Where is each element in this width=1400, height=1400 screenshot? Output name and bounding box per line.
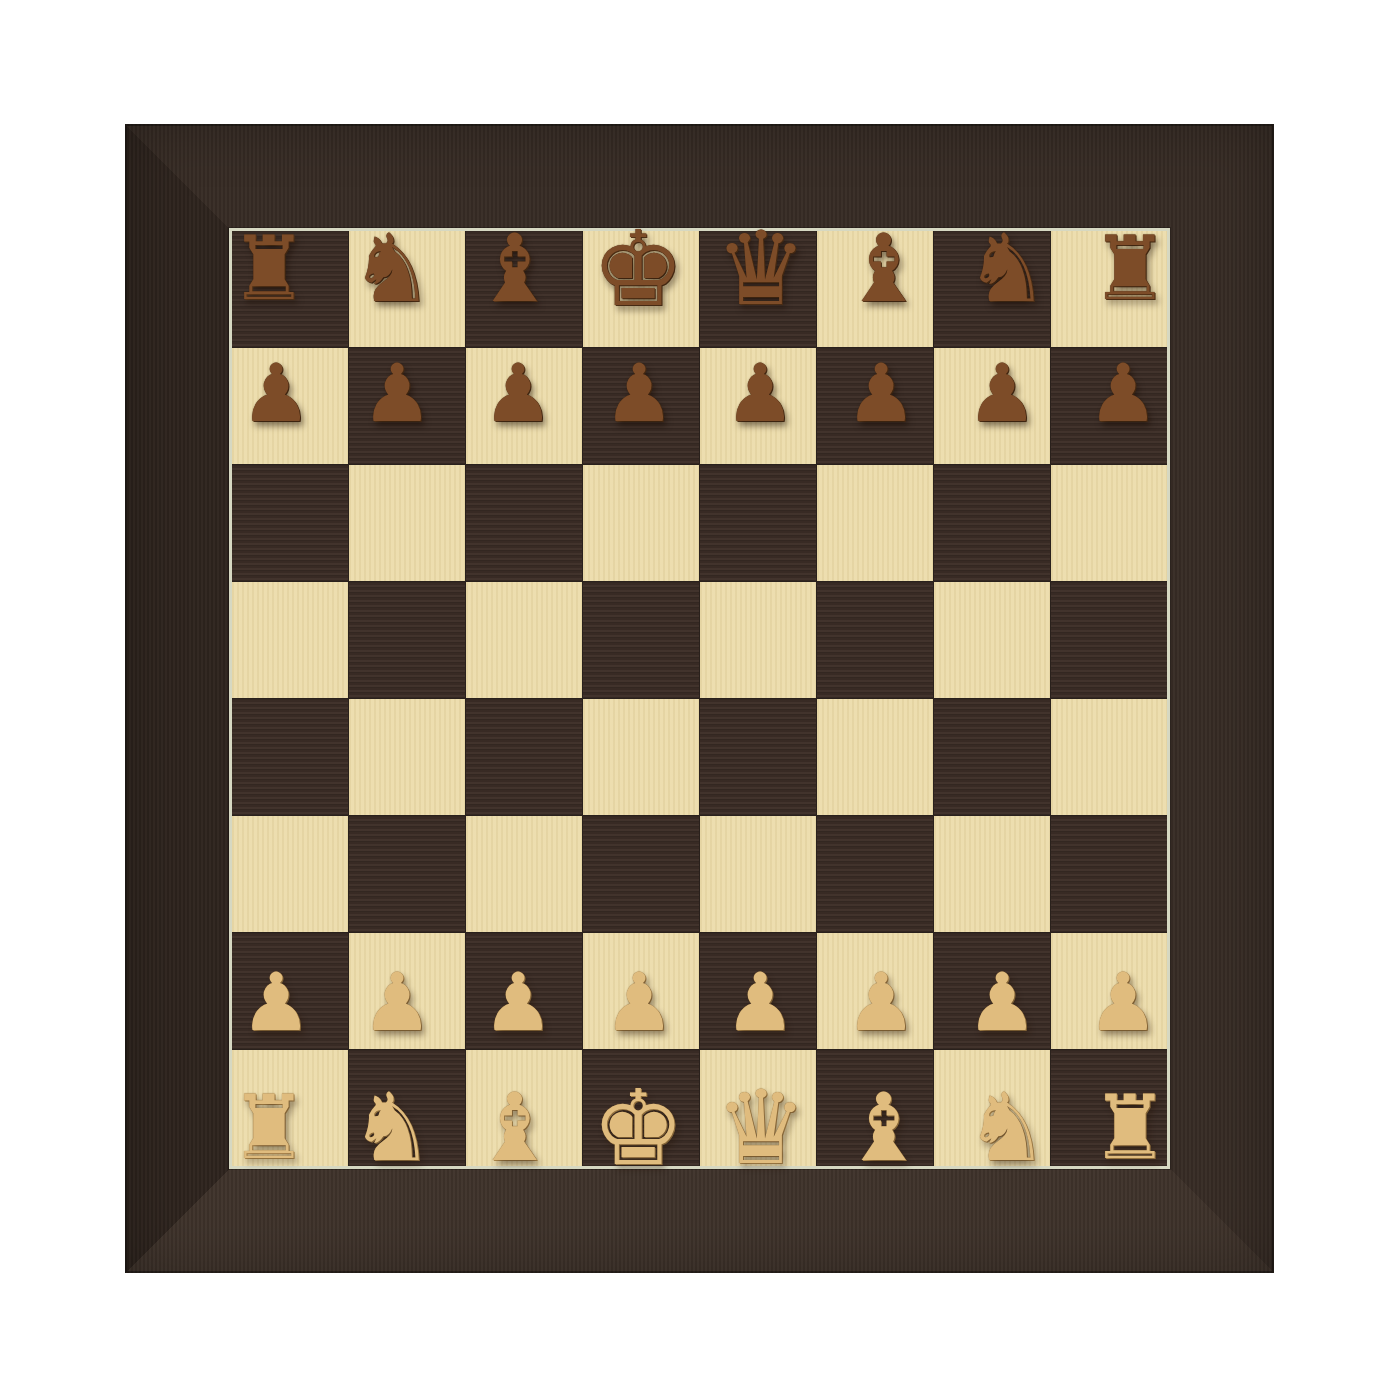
piece-black-pawn[interactable]: ♟ — [966, 354, 1038, 434]
square-b8[interactable]: ♞ — [934, 231, 1050, 347]
square-g8[interactable]: ♞ — [349, 231, 465, 347]
piece-black-bishop[interactable]: ♝ — [842, 222, 926, 316]
square-f7[interactable]: ♟ — [466, 348, 582, 464]
square-a7[interactable]: ♟ — [1051, 348, 1167, 464]
square-f4[interactable] — [466, 699, 582, 815]
piece-white-pawn[interactable]: ♟ — [482, 963, 554, 1043]
piece-white-knight[interactable]: ♞ — [350, 1081, 434, 1175]
piece-black-queen[interactable]: ♛ — [715, 218, 806, 320]
piece-black-pawn[interactable]: ♟ — [724, 354, 796, 434]
square-d3[interactable] — [700, 816, 816, 932]
square-e6[interactable] — [583, 465, 699, 581]
square-b5[interactable] — [934, 582, 1050, 698]
square-a6[interactable] — [1051, 465, 1167, 581]
square-b2[interactable]: ♟ — [934, 933, 1050, 1049]
square-a3[interactable] — [1051, 816, 1167, 932]
piece-white-pawn[interactable]: ♟ — [966, 963, 1038, 1043]
square-a4[interactable] — [1051, 699, 1167, 815]
square-g2[interactable]: ♟ — [349, 933, 465, 1049]
piece-white-bishop[interactable]: ♝ — [473, 1081, 557, 1175]
square-b4[interactable] — [934, 699, 1050, 815]
square-h7[interactable]: ♟ — [232, 348, 348, 464]
square-h6[interactable] — [232, 465, 348, 581]
chess-board-frame: ♜♞♝♚♛♝♞♜♟♟♟♟♟♟♟♟♟♟♟♟♟♟♟♟♜♞♝♚♛♝♞♜ — [125, 124, 1274, 1273]
piece-white-queen[interactable]: ♛ — [715, 1077, 806, 1179]
square-b3[interactable] — [934, 816, 1050, 932]
piece-white-king[interactable]: ♚ — [591, 1076, 684, 1180]
square-e4[interactable] — [583, 699, 699, 815]
piece-black-pawn[interactable]: ♟ — [482, 354, 554, 434]
square-e8[interactable]: ♚ — [583, 231, 699, 347]
piece-black-rook[interactable]: ♜ — [1091, 225, 1170, 313]
square-f2[interactable]: ♟ — [466, 933, 582, 1049]
board-photo: ♜♞♝♚♛♝♞♜♟♟♟♟♟♟♟♟♟♟♟♟♟♟♟♟♜♞♝♚♛♝♞♜ — [0, 0, 1400, 1400]
piece-white-rook[interactable]: ♜ — [230, 1084, 309, 1172]
square-e3[interactable] — [583, 816, 699, 932]
square-f1[interactable]: ♝ — [466, 1050, 582, 1166]
square-a8[interactable]: ♜ — [1051, 231, 1167, 347]
square-f6[interactable] — [466, 465, 582, 581]
square-e1[interactable]: ♚ — [583, 1050, 699, 1166]
square-a1[interactable]: ♜ — [1051, 1050, 1167, 1166]
piece-black-pawn[interactable]: ♟ — [1087, 354, 1159, 434]
square-f3[interactable] — [466, 816, 582, 932]
square-d4[interactable] — [700, 699, 816, 815]
square-g5[interactable] — [349, 582, 465, 698]
square-g3[interactable] — [349, 816, 465, 932]
square-g4[interactable] — [349, 699, 465, 815]
square-g1[interactable]: ♞ — [349, 1050, 465, 1166]
piece-black-knight[interactable]: ♞ — [965, 222, 1049, 316]
piece-white-pawn[interactable]: ♟ — [361, 963, 433, 1043]
square-c3[interactable] — [817, 816, 933, 932]
square-e2[interactable]: ♟ — [583, 933, 699, 1049]
square-a5[interactable] — [1051, 582, 1167, 698]
piece-black-bishop[interactable]: ♝ — [473, 222, 557, 316]
square-d2[interactable]: ♟ — [700, 933, 816, 1049]
square-d5[interactable] — [700, 582, 816, 698]
piece-white-rook[interactable]: ♜ — [1091, 1084, 1170, 1172]
piece-white-pawn[interactable]: ♟ — [1087, 963, 1159, 1043]
square-c7[interactable]: ♟ — [817, 348, 933, 464]
square-h8[interactable]: ♜ — [232, 231, 348, 347]
piece-white-pawn[interactable]: ♟ — [845, 963, 917, 1043]
square-b6[interactable] — [934, 465, 1050, 581]
square-h4[interactable] — [232, 699, 348, 815]
piece-black-pawn[interactable]: ♟ — [845, 354, 917, 434]
piece-black-rook[interactable]: ♜ — [230, 225, 309, 313]
square-g6[interactable] — [349, 465, 465, 581]
square-c1[interactable]: ♝ — [817, 1050, 933, 1166]
piece-white-pawn[interactable]: ♟ — [240, 963, 312, 1043]
square-d7[interactable]: ♟ — [700, 348, 816, 464]
square-e7[interactable]: ♟ — [583, 348, 699, 464]
square-f8[interactable]: ♝ — [466, 231, 582, 347]
square-c6[interactable] — [817, 465, 933, 581]
board-boundary-line: ♜♞♝♚♛♝♞♜♟♟♟♟♟♟♟♟♟♟♟♟♟♟♟♟♜♞♝♚♛♝♞♜ — [229, 228, 1170, 1169]
square-c8[interactable]: ♝ — [817, 231, 933, 347]
square-b1[interactable]: ♞ — [934, 1050, 1050, 1166]
square-b7[interactable]: ♟ — [934, 348, 1050, 464]
square-f5[interactable] — [466, 582, 582, 698]
square-d1[interactable]: ♛ — [700, 1050, 816, 1166]
square-h3[interactable] — [232, 816, 348, 932]
square-c5[interactable] — [817, 582, 933, 698]
piece-white-bishop[interactable]: ♝ — [842, 1081, 926, 1175]
piece-black-pawn[interactable]: ♟ — [361, 354, 433, 434]
square-d8[interactable]: ♛ — [700, 231, 816, 347]
square-c4[interactable] — [817, 699, 933, 815]
square-a2[interactable]: ♟ — [1051, 933, 1167, 1049]
piece-black-knight[interactable]: ♞ — [350, 222, 434, 316]
piece-black-king[interactable]: ♚ — [591, 217, 684, 321]
square-h5[interactable] — [232, 582, 348, 698]
square-d6[interactable] — [700, 465, 816, 581]
square-h2[interactable]: ♟ — [232, 933, 348, 1049]
square-h1[interactable]: ♜ — [232, 1050, 348, 1166]
piece-black-pawn[interactable]: ♟ — [240, 354, 312, 434]
piece-white-pawn[interactable]: ♟ — [603, 963, 675, 1043]
chess-board-grid: ♜♞♝♚♛♝♞♜♟♟♟♟♟♟♟♟♟♟♟♟♟♟♟♟♜♞♝♚♛♝♞♜ — [232, 231, 1167, 1166]
square-e5[interactable] — [583, 582, 699, 698]
square-g7[interactable]: ♟ — [349, 348, 465, 464]
piece-white-knight[interactable]: ♞ — [965, 1081, 1049, 1175]
square-c2[interactable]: ♟ — [817, 933, 933, 1049]
piece-white-pawn[interactable]: ♟ — [724, 963, 796, 1043]
piece-black-pawn[interactable]: ♟ — [603, 354, 675, 434]
